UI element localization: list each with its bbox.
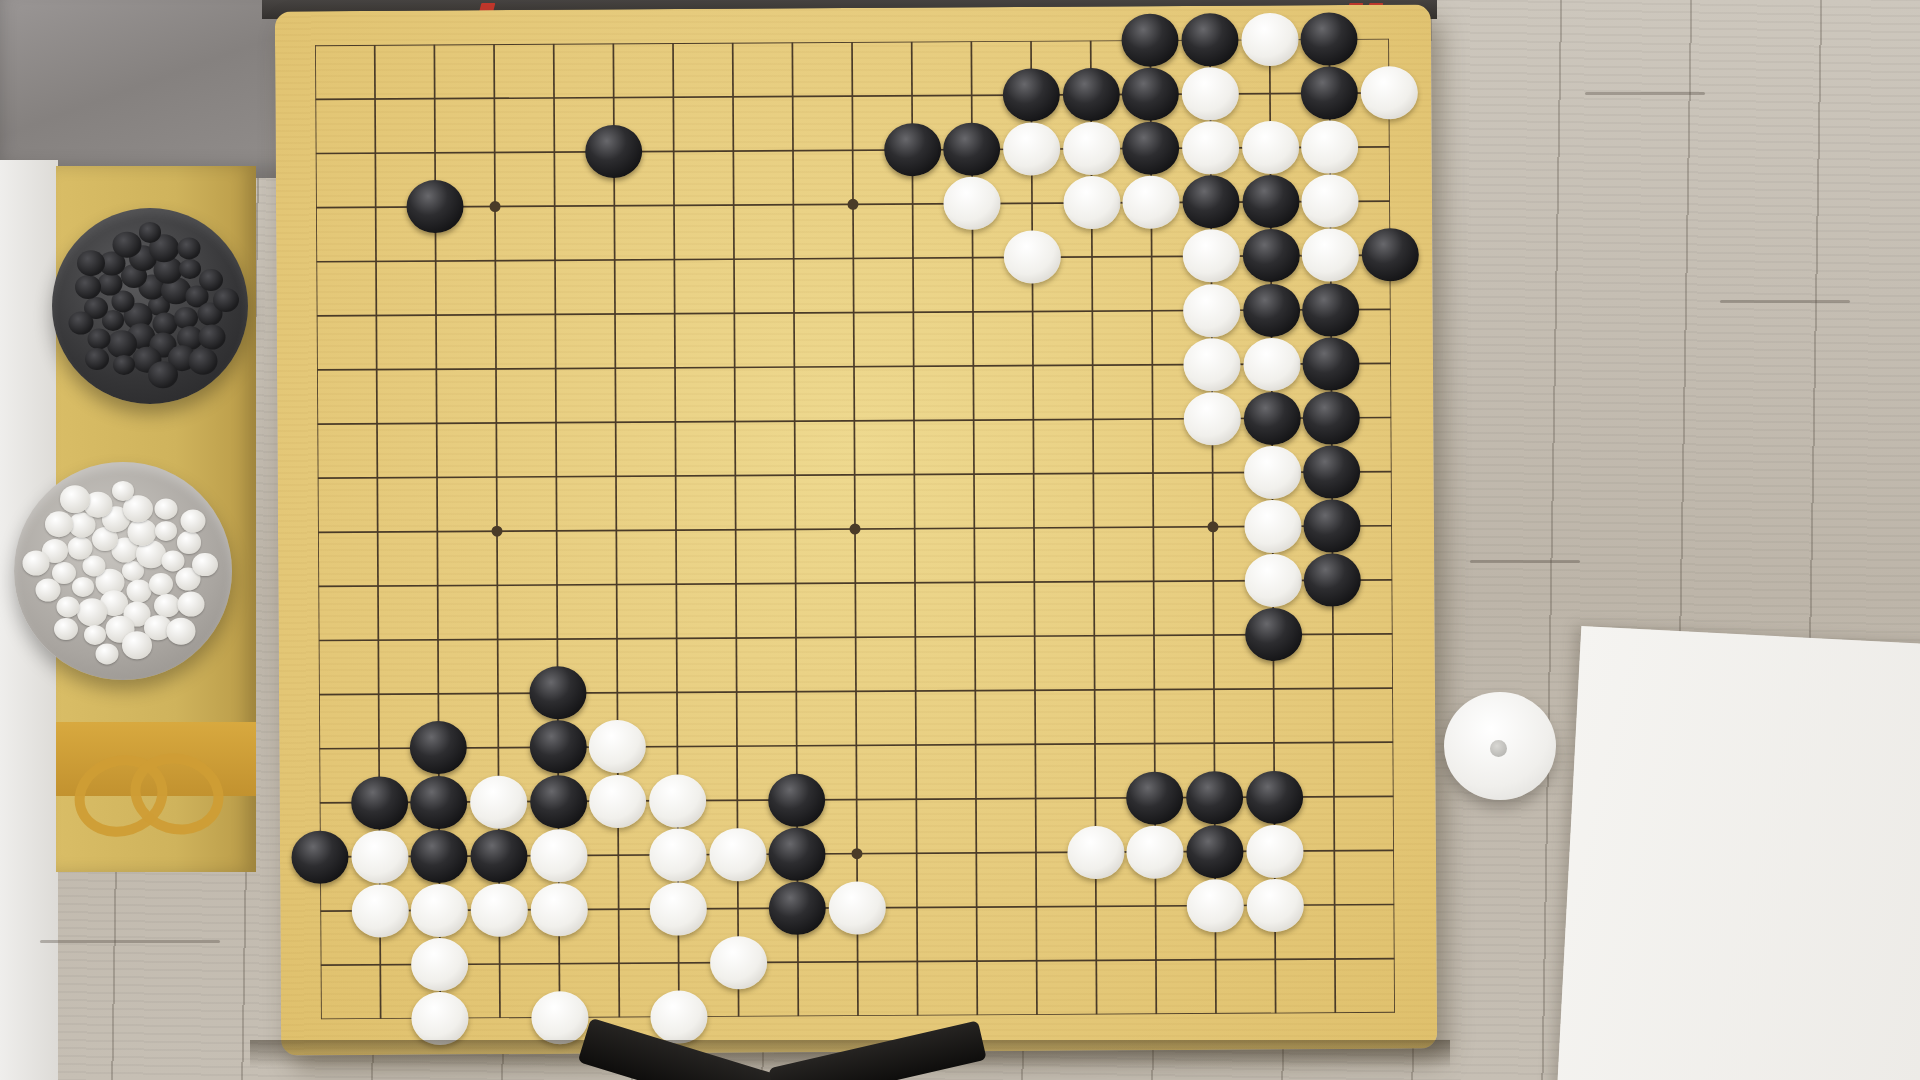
black-stone[interactable] — [1122, 14, 1179, 67]
white-stone[interactable] — [351, 884, 408, 937]
black-stone[interactable] — [768, 773, 825, 826]
white-stone[interactable] — [1183, 338, 1240, 391]
white-stone[interactable] — [530, 883, 587, 936]
black-stone[interactable] — [1242, 229, 1299, 282]
black-stone[interactable] — [1182, 175, 1239, 228]
white-stone[interactable] — [1187, 879, 1244, 932]
black-stone[interactable] — [1301, 12, 1358, 65]
white-stone[interactable] — [1182, 67, 1239, 120]
black-stone[interactable] — [1003, 68, 1060, 121]
bowl-white-stone — [177, 531, 201, 553]
black-stone[interactable] — [1122, 122, 1179, 175]
black-stone[interactable] — [1303, 337, 1360, 390]
bowl-black-stone — [68, 312, 93, 335]
white-stone[interactable] — [1183, 230, 1240, 283]
white-stone[interactable] — [1184, 392, 1241, 445]
bowl-black-stone — [199, 269, 223, 291]
bowl-of-white-stones — [14, 462, 232, 680]
black-stone[interactable] — [1186, 771, 1243, 824]
white-stone[interactable] — [1127, 825, 1184, 878]
go-board[interactable] — [275, 4, 1437, 1055]
bowl-white-stone — [77, 598, 107, 626]
bowl-black-stone — [85, 348, 109, 370]
floor-plank-joint — [1720, 300, 1850, 303]
bowl-white-stone — [72, 576, 94, 596]
bowl-of-black-stones — [52, 208, 248, 404]
bowl-white-stone — [82, 556, 105, 577]
black-stone[interactable] — [410, 721, 467, 774]
black-stone[interactable] — [411, 830, 468, 883]
bowl-black-stone — [88, 328, 111, 349]
bowl-white-stone — [126, 579, 151, 602]
black-stone[interactable] — [1303, 445, 1360, 498]
bowl-black-stone — [148, 361, 178, 389]
bowl-white-stone — [192, 553, 218, 577]
black-stone[interactable] — [1242, 175, 1299, 228]
black-stone[interactable] — [351, 776, 408, 829]
white-round-puck — [1444, 692, 1556, 800]
bowl-black-stone — [179, 259, 201, 279]
black-stone[interactable] — [1186, 825, 1243, 878]
white-stone[interactable] — [1246, 824, 1303, 877]
go-board-grid[interactable] — [315, 39, 1395, 1020]
white-stone[interactable] — [1361, 66, 1418, 119]
black-stone[interactable] — [884, 123, 941, 176]
bowl-white-stone — [154, 498, 177, 519]
bowl-white-stone — [54, 618, 78, 640]
ribbon-bow — [74, 746, 224, 830]
white-stone[interactable] — [650, 882, 707, 935]
bowl-white-stone — [166, 618, 195, 645]
black-stone[interactable] — [1304, 499, 1361, 552]
bowl-black-stone — [75, 275, 101, 299]
star-point — [1207, 521, 1218, 532]
bowl-white-stone — [57, 596, 80, 617]
black-stone[interactable] — [1126, 771, 1183, 824]
star-point — [849, 523, 860, 534]
star-point — [851, 848, 862, 859]
bowl-black-stone — [189, 348, 218, 375]
black-stone[interactable] — [410, 775, 467, 828]
white-stone[interactable] — [1302, 229, 1359, 282]
white-stone[interactable] — [650, 990, 707, 1043]
white-stone[interactable] — [649, 774, 706, 827]
white-stone[interactable] — [709, 828, 766, 881]
white-stone[interactable] — [1244, 500, 1301, 553]
white-stone[interactable] — [412, 992, 469, 1045]
white-stone[interactable] — [1246, 879, 1303, 932]
bowl-white-stone — [36, 578, 61, 601]
device-center-dot-icon — [1490, 740, 1507, 757]
bowl-white-stone — [155, 521, 177, 541]
white-stone[interactable] — [1182, 121, 1239, 174]
bowl-black-stone — [213, 288, 239, 312]
black-stone[interactable] — [291, 830, 348, 883]
bowl-black-stone — [112, 231, 141, 258]
bowl-white-stone — [84, 625, 106, 645]
white-stone[interactable] — [530, 829, 587, 882]
black-stone[interactable] — [1243, 392, 1300, 445]
black-stone[interactable] — [1303, 391, 1360, 444]
black-stone[interactable] — [769, 881, 826, 934]
bowl-black-stone — [199, 324, 226, 349]
star-point — [847, 199, 858, 210]
black-stone[interactable] — [470, 829, 527, 882]
bowl-white-stone — [122, 631, 152, 659]
white-stone[interactable] — [1063, 122, 1120, 175]
white-stone[interactable] — [1183, 284, 1240, 337]
floor-plank-joint — [1585, 92, 1705, 95]
bowl-white-stone — [128, 519, 157, 546]
white-stone[interactable] — [471, 883, 528, 936]
bowl-white-stone — [23, 551, 50, 576]
bowl-white-stone — [45, 511, 73, 537]
bowl-white-stone — [96, 643, 119, 664]
floor-plank-joint — [1470, 560, 1580, 563]
bowl-black-stone — [178, 238, 201, 259]
white-stone[interactable] — [1004, 231, 1061, 284]
white-stone[interactable] — [351, 830, 408, 883]
white-stone[interactable] — [1063, 176, 1120, 229]
white-stone[interactable] — [649, 828, 706, 881]
star-point — [491, 526, 502, 537]
white-stone[interactable] — [1244, 554, 1301, 607]
white-stone[interactable] — [589, 774, 646, 827]
black-stone[interactable] — [1062, 68, 1119, 121]
bowl-white-stone — [181, 509, 206, 532]
black-stone[interactable] — [1301, 67, 1358, 120]
floor-plank-joint — [40, 940, 220, 943]
black-stone[interactable] — [1304, 554, 1361, 607]
white-stone[interactable] — [1123, 176, 1180, 229]
white-stone[interactable] — [710, 936, 767, 989]
black-stone[interactable] — [769, 827, 826, 880]
white-stone[interactable] — [1302, 175, 1359, 228]
bowl-black-stone — [107, 330, 137, 358]
black-stone[interactable] — [529, 721, 586, 774]
black-stone[interactable] — [529, 666, 586, 719]
black-stone[interactable] — [1245, 608, 1302, 661]
bowl-white-stone — [149, 573, 173, 595]
black-stone[interactable] — [1181, 13, 1238, 66]
white-stone[interactable] — [470, 775, 527, 828]
white-stone[interactable] — [589, 720, 646, 773]
bowl-black-stone — [113, 355, 135, 375]
bowl-black-stone — [77, 250, 105, 276]
white-stone[interactable] — [1067, 826, 1124, 879]
star-point — [489, 201, 500, 212]
black-stone[interactable] — [943, 123, 1000, 176]
white-stone[interactable] — [1003, 122, 1060, 175]
black-stone[interactable] — [1122, 68, 1179, 121]
black-stone[interactable] — [1243, 283, 1300, 336]
white-stone[interactable] — [944, 177, 1001, 230]
white-stone[interactable] — [1244, 446, 1301, 499]
bowl-black-stone — [98, 273, 123, 296]
white-furniture-corner — [1555, 626, 1920, 1080]
black-stone[interactable] — [1246, 770, 1303, 823]
white-stone[interactable] — [1301, 121, 1358, 174]
black-stone[interactable] — [1362, 228, 1419, 281]
black-stone[interactable] — [1302, 283, 1359, 336]
photo-go-game-scene: { "game": "Go (weiqi / baduk)", "board_s… — [0, 0, 1920, 1080]
white-stone[interactable] — [1241, 13, 1298, 66]
bowl-white-stone — [177, 592, 204, 617]
white-stone[interactable] — [1242, 121, 1299, 174]
white-stone[interactable] — [411, 938, 468, 991]
white-stone[interactable] — [411, 884, 468, 937]
white-stone[interactable] — [531, 991, 588, 1044]
white-stone[interactable] — [1243, 337, 1300, 390]
bowl-white-stone — [68, 536, 93, 559]
black-stone[interactable] — [530, 775, 587, 828]
white-stone[interactable] — [829, 881, 886, 934]
black-stone[interactable] — [407, 180, 464, 233]
black-stone[interactable] — [585, 125, 642, 178]
bowl-white-stone — [60, 485, 90, 513]
